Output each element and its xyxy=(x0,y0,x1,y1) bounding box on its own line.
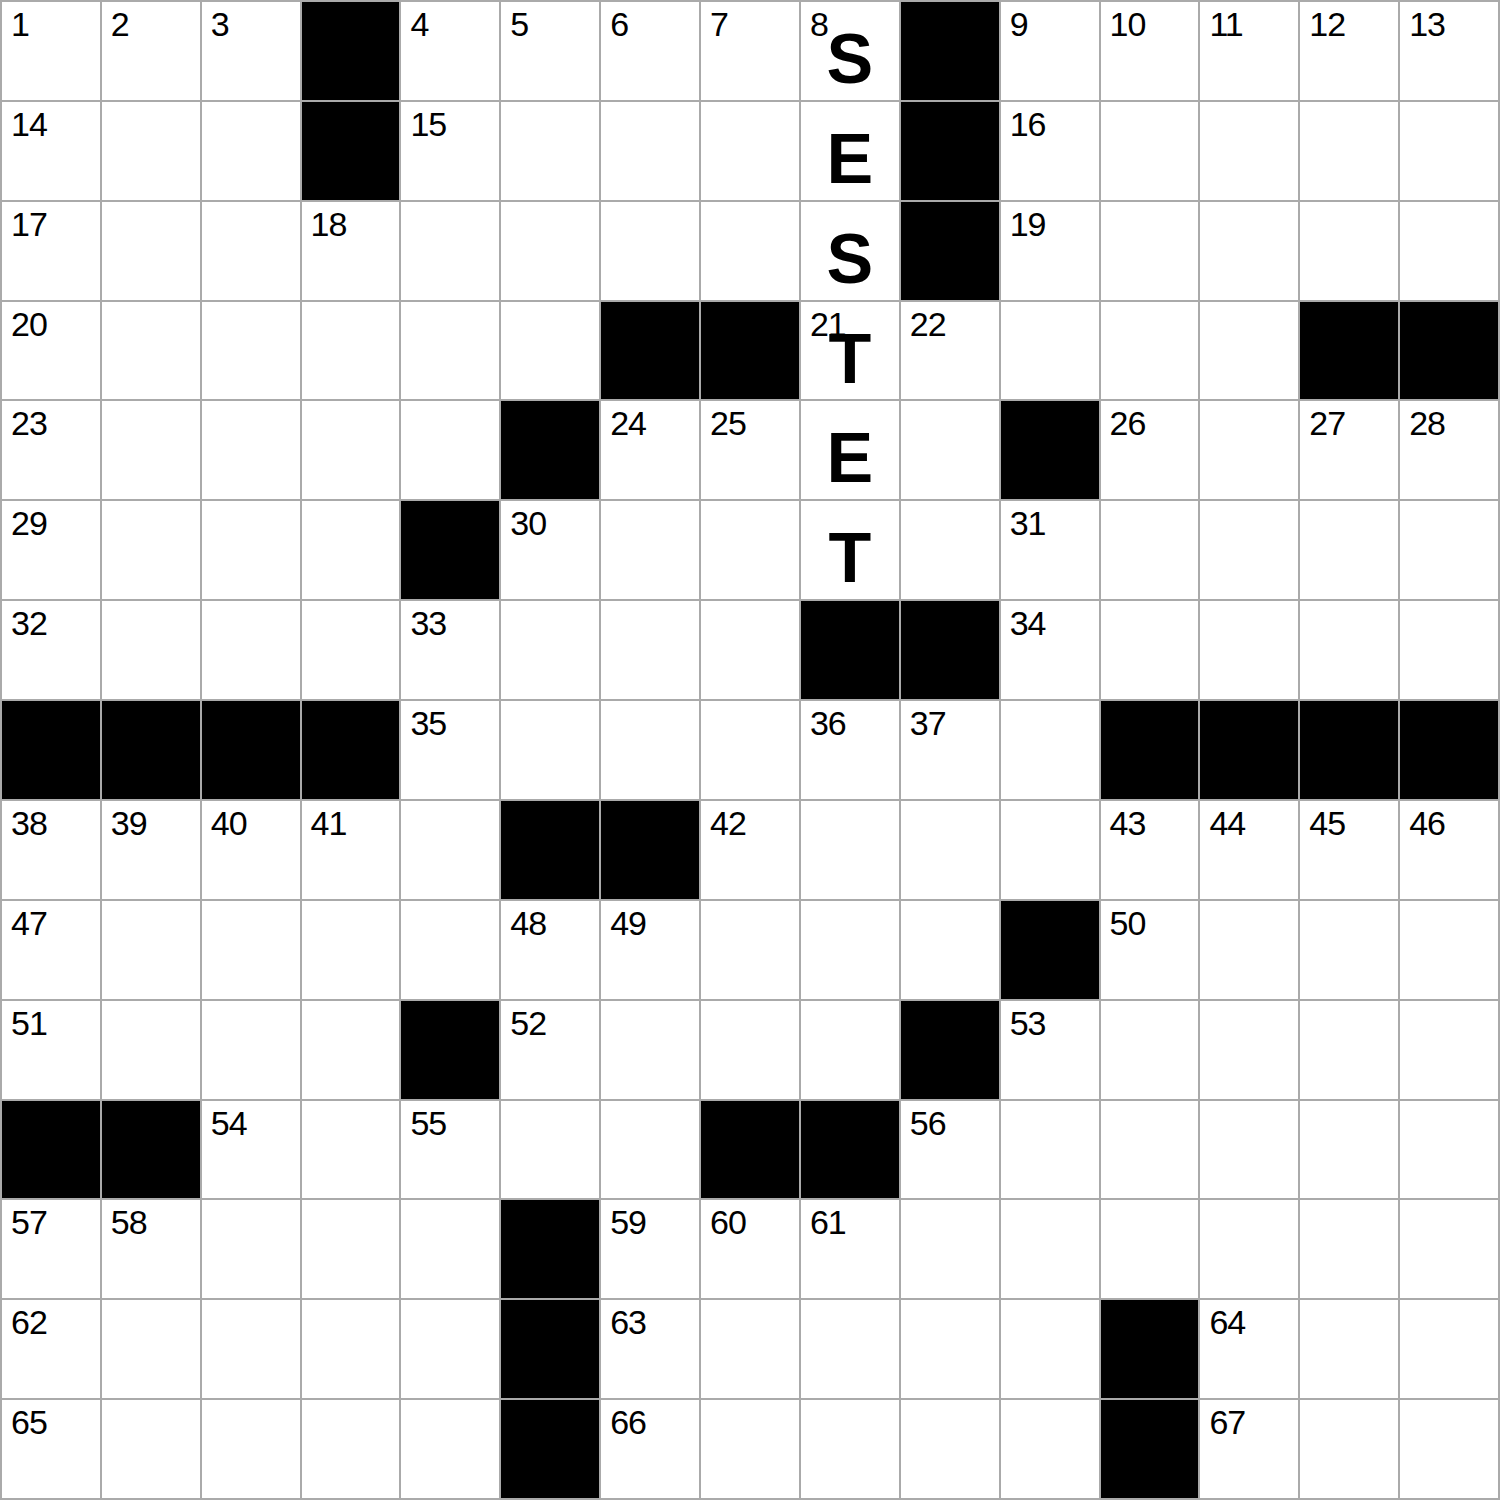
white-cell[interactable] xyxy=(701,1001,799,1099)
clue-number: 19 xyxy=(1010,207,1046,241)
white-cell[interactable] xyxy=(1200,1200,1298,1298)
black-cell xyxy=(302,102,400,200)
white-cell[interactable] xyxy=(801,801,899,899)
white-cell[interactable]: S xyxy=(801,202,899,300)
white-cell[interactable]: 22 xyxy=(901,302,999,400)
clue-number: 43 xyxy=(1110,806,1146,840)
white-cell[interactable] xyxy=(302,1001,400,1099)
white-cell[interactable] xyxy=(401,1200,499,1298)
black-cell xyxy=(501,801,599,899)
white-cell[interactable]: 24 xyxy=(601,401,699,499)
clue-number: 8 xyxy=(810,7,828,41)
black-cell xyxy=(901,202,999,300)
clue-number: 64 xyxy=(1209,1305,1245,1339)
white-cell[interactable] xyxy=(501,102,599,200)
white-cell[interactable]: 47 xyxy=(2,901,100,999)
clue-number: 9 xyxy=(1010,7,1028,41)
white-cell[interactable]: 40 xyxy=(202,801,300,899)
white-cell[interactable] xyxy=(1400,1200,1498,1298)
white-cell[interactable]: 20 xyxy=(2,302,100,400)
clue-number: 39 xyxy=(111,806,147,840)
white-cell[interactable] xyxy=(601,501,699,599)
clue-number: 5 xyxy=(510,7,528,41)
white-cell[interactable] xyxy=(501,1101,599,1199)
white-cell[interactable] xyxy=(1400,901,1498,999)
black-cell xyxy=(801,601,899,699)
clue-number: 38 xyxy=(11,806,47,840)
clue-number: 59 xyxy=(610,1205,646,1239)
white-cell[interactable]: 60 xyxy=(701,1200,799,1298)
white-cell[interactable]: 7 xyxy=(701,2,799,100)
white-cell[interactable] xyxy=(102,1300,200,1398)
clue-number: 31 xyxy=(1010,506,1046,540)
white-cell[interactable] xyxy=(202,501,300,599)
white-cell[interactable] xyxy=(701,601,799,699)
clue-number: 54 xyxy=(211,1106,247,1140)
white-cell[interactable] xyxy=(1400,1101,1498,1199)
black-cell xyxy=(501,1400,599,1498)
white-cell[interactable]: 28 xyxy=(1400,401,1498,499)
white-cell[interactable] xyxy=(901,501,999,599)
cell-letter: E xyxy=(827,124,874,194)
white-cell[interactable] xyxy=(401,901,499,999)
clue-number: 16 xyxy=(1010,107,1046,141)
clue-number: 45 xyxy=(1309,806,1345,840)
white-cell[interactable] xyxy=(202,202,300,300)
clue-number: 55 xyxy=(410,1106,446,1140)
white-cell[interactable]: 36 xyxy=(801,701,899,799)
clue-number: 56 xyxy=(910,1106,946,1140)
white-cell[interactable] xyxy=(1200,901,1298,999)
white-cell[interactable] xyxy=(401,202,499,300)
cell-letter: T xyxy=(828,523,871,593)
clue-number: 18 xyxy=(311,207,347,241)
white-cell[interactable] xyxy=(401,302,499,400)
clue-number: 50 xyxy=(1110,906,1146,940)
clue-number: 53 xyxy=(1010,1006,1046,1040)
white-cell[interactable] xyxy=(1300,1001,1398,1099)
white-cell[interactable] xyxy=(202,1400,300,1498)
white-cell[interactable]: 63 xyxy=(601,1300,699,1398)
white-cell[interactable]: 45 xyxy=(1300,801,1398,899)
clue-number: 30 xyxy=(510,506,546,540)
white-cell[interactable]: 26 xyxy=(1101,401,1199,499)
white-cell[interactable]: 15 xyxy=(401,102,499,200)
clue-number: 14 xyxy=(11,107,47,141)
white-cell[interactable]: E xyxy=(801,102,899,200)
white-cell[interactable]: 51 xyxy=(2,1001,100,1099)
white-cell[interactable] xyxy=(1300,202,1398,300)
clue-number: 48 xyxy=(510,906,546,940)
white-cell[interactable]: 59 xyxy=(601,1200,699,1298)
white-cell[interactable]: 3 xyxy=(202,2,300,100)
white-cell[interactable]: 58 xyxy=(102,1200,200,1298)
white-cell[interactable]: 44 xyxy=(1200,801,1298,899)
white-cell[interactable]: 43 xyxy=(1101,801,1199,899)
clue-number: 13 xyxy=(1409,7,1445,41)
white-cell[interactable]: 62 xyxy=(2,1300,100,1398)
white-cell[interactable]: 21T xyxy=(801,302,899,400)
clue-number: 32 xyxy=(11,606,47,640)
white-cell[interactable]: 2 xyxy=(102,2,200,100)
clue-number: 63 xyxy=(610,1305,646,1339)
clue-number: 3 xyxy=(211,7,229,41)
white-cell[interactable] xyxy=(1101,1200,1199,1298)
clue-number: 26 xyxy=(1110,406,1146,440)
white-cell[interactable] xyxy=(102,1400,200,1498)
black-cell xyxy=(1101,701,1199,799)
white-cell[interactable] xyxy=(601,1001,699,1099)
white-cell[interactable] xyxy=(1101,1101,1199,1199)
clue-number: 36 xyxy=(810,706,846,740)
white-cell[interactable] xyxy=(202,102,300,200)
white-cell[interactable] xyxy=(1101,601,1199,699)
white-cell[interactable] xyxy=(701,501,799,599)
clue-number: 10 xyxy=(1110,7,1146,41)
white-cell[interactable]: 9 xyxy=(1001,2,1099,100)
clue-number: 33 xyxy=(410,606,446,640)
white-cell[interactable] xyxy=(1200,1001,1298,1099)
clue-number: 17 xyxy=(11,207,47,241)
white-cell[interactable] xyxy=(302,302,400,400)
white-cell[interactable] xyxy=(401,801,499,899)
white-cell[interactable]: 61 xyxy=(801,1200,899,1298)
clue-number: 58 xyxy=(111,1205,147,1239)
white-cell[interactable] xyxy=(1101,501,1199,599)
clue-number: 46 xyxy=(1409,806,1445,840)
white-cell[interactable] xyxy=(901,1300,999,1398)
clue-number: 7 xyxy=(710,7,728,41)
white-cell[interactable] xyxy=(202,1200,300,1298)
white-cell[interactable] xyxy=(302,1200,400,1298)
white-cell[interactable] xyxy=(1400,102,1498,200)
white-cell[interactable] xyxy=(302,401,400,499)
white-cell[interactable] xyxy=(102,501,200,599)
clue-number: 2 xyxy=(111,7,129,41)
white-cell[interactable]: 35 xyxy=(401,701,499,799)
white-cell[interactable]: 34 xyxy=(1001,601,1099,699)
white-cell[interactable]: 65 xyxy=(2,1400,100,1498)
white-cell[interactable] xyxy=(1001,302,1099,400)
white-cell[interactable]: 42 xyxy=(701,801,799,899)
white-cell[interactable]: 46 xyxy=(1400,801,1498,899)
white-cell[interactable] xyxy=(102,1001,200,1099)
white-cell[interactable] xyxy=(1001,1101,1099,1199)
clue-number: 25 xyxy=(710,406,746,440)
white-cell[interactable] xyxy=(1400,601,1498,699)
white-cell[interactable] xyxy=(202,302,300,400)
clue-number: 49 xyxy=(610,906,646,940)
black-cell xyxy=(401,501,499,599)
white-cell[interactable]: 6 xyxy=(601,2,699,100)
white-cell[interactable] xyxy=(1200,501,1298,599)
white-cell[interactable] xyxy=(601,102,699,200)
white-cell[interactable]: 37 xyxy=(901,701,999,799)
white-cell[interactable] xyxy=(401,401,499,499)
white-cell[interactable] xyxy=(1400,202,1498,300)
clue-number: 47 xyxy=(11,906,47,940)
white-cell[interactable]: 8S xyxy=(801,2,899,100)
white-cell[interactable]: T xyxy=(801,501,899,599)
white-cell[interactable] xyxy=(1001,701,1099,799)
white-cell[interactable] xyxy=(501,701,599,799)
cell-letter: S xyxy=(827,224,874,294)
white-cell[interactable] xyxy=(302,501,400,599)
clue-number: 51 xyxy=(11,1006,47,1040)
clue-number: 37 xyxy=(910,706,946,740)
white-cell[interactable]: 5 xyxy=(501,2,599,100)
clue-number: 52 xyxy=(510,1006,546,1040)
white-cell[interactable] xyxy=(1200,1101,1298,1199)
white-cell[interactable] xyxy=(501,302,599,400)
white-cell[interactable] xyxy=(401,1300,499,1398)
black-cell xyxy=(901,601,999,699)
white-cell[interactable] xyxy=(1300,1400,1398,1498)
white-cell[interactable]: 13 xyxy=(1400,2,1498,100)
clue-number: 12 xyxy=(1309,7,1345,41)
black-cell xyxy=(801,1101,899,1199)
white-cell[interactable] xyxy=(901,1400,999,1498)
black-cell xyxy=(501,1300,599,1398)
white-cell[interactable]: 32 xyxy=(2,601,100,699)
white-cell[interactable] xyxy=(1200,102,1298,200)
clue-number: 60 xyxy=(710,1205,746,1239)
white-cell[interactable] xyxy=(302,601,400,699)
white-cell[interactable] xyxy=(701,1400,799,1498)
white-cell[interactable] xyxy=(601,202,699,300)
white-cell[interactable] xyxy=(801,1400,899,1498)
white-cell[interactable] xyxy=(1400,1400,1498,1498)
white-cell[interactable]: 38 xyxy=(2,801,100,899)
white-cell[interactable] xyxy=(701,901,799,999)
white-cell[interactable] xyxy=(1300,1300,1398,1398)
black-cell xyxy=(901,1001,999,1099)
clue-number: 61 xyxy=(810,1205,846,1239)
white-cell[interactable]: 27 xyxy=(1300,401,1398,499)
white-cell[interactable] xyxy=(202,401,300,499)
white-cell[interactable]: 23 xyxy=(2,401,100,499)
white-cell[interactable]: 41 xyxy=(302,801,400,899)
white-cell[interactable] xyxy=(1001,1400,1099,1498)
white-cell[interactable]: 50 xyxy=(1101,901,1199,999)
clue-number: 67 xyxy=(1209,1405,1245,1439)
white-cell[interactable] xyxy=(1101,302,1199,400)
black-cell xyxy=(1001,401,1099,499)
white-cell[interactable] xyxy=(701,701,799,799)
clue-number: 15 xyxy=(410,107,446,141)
white-cell[interactable] xyxy=(901,1200,999,1298)
white-cell[interactable] xyxy=(102,601,200,699)
white-cell[interactable]: 11 xyxy=(1200,2,1298,100)
white-cell[interactable] xyxy=(102,102,200,200)
white-cell[interactable] xyxy=(701,202,799,300)
white-cell[interactable]: 33 xyxy=(401,601,499,699)
clue-number: 35 xyxy=(410,706,446,740)
white-cell[interactable] xyxy=(1300,601,1398,699)
white-cell[interactable] xyxy=(701,1300,799,1398)
white-cell[interactable] xyxy=(1001,1300,1099,1398)
white-cell[interactable] xyxy=(1300,501,1398,599)
white-cell[interactable] xyxy=(1300,901,1398,999)
white-cell[interactable] xyxy=(801,1001,899,1099)
cell-letter: T xyxy=(828,324,871,394)
crossword-grid: 12345678S9101112131415E161718S192021T222… xyxy=(0,0,1500,1500)
white-cell[interactable]: 48 xyxy=(501,901,599,999)
white-cell[interactable]: 55 xyxy=(401,1101,499,1199)
white-cell[interactable] xyxy=(102,202,200,300)
white-cell[interactable] xyxy=(1300,1200,1398,1298)
white-cell[interactable] xyxy=(302,1101,400,1199)
white-cell[interactable] xyxy=(901,901,999,999)
white-cell[interactable]: 66 xyxy=(601,1400,699,1498)
clue-number: 23 xyxy=(11,406,47,440)
white-cell[interactable] xyxy=(302,901,400,999)
clue-number: 62 xyxy=(11,1305,47,1339)
white-cell[interactable] xyxy=(501,202,599,300)
white-cell[interactable] xyxy=(202,1300,300,1398)
white-cell[interactable] xyxy=(1101,1001,1199,1099)
white-cell[interactable]: 54 xyxy=(202,1101,300,1199)
black-cell xyxy=(1400,302,1498,400)
white-cell[interactable]: 10 xyxy=(1101,2,1199,100)
white-cell[interactable] xyxy=(601,601,699,699)
white-cell[interactable] xyxy=(1200,202,1298,300)
black-cell xyxy=(701,1101,799,1199)
black-cell xyxy=(1101,1400,1199,1498)
black-cell xyxy=(901,102,999,200)
clue-number: 11 xyxy=(1209,7,1242,41)
white-cell[interactable] xyxy=(1101,202,1199,300)
clue-number: 42 xyxy=(710,806,746,840)
black-cell xyxy=(202,701,300,799)
cell-letter: S xyxy=(827,24,874,94)
white-cell[interactable]: 57 xyxy=(2,1200,100,1298)
white-cell[interactable] xyxy=(601,701,699,799)
white-cell[interactable] xyxy=(801,901,899,999)
white-cell[interactable]: 30 xyxy=(501,501,599,599)
black-cell xyxy=(2,701,100,799)
white-cell[interactable] xyxy=(102,302,200,400)
white-cell[interactable]: 31 xyxy=(1001,501,1099,599)
white-cell[interactable]: 49 xyxy=(601,901,699,999)
clue-number: 44 xyxy=(1209,806,1245,840)
black-cell xyxy=(1300,302,1398,400)
black-cell xyxy=(701,302,799,400)
white-cell[interactable]: 12 xyxy=(1300,2,1398,100)
clue-number: 20 xyxy=(11,307,47,341)
clue-number: 4 xyxy=(410,7,428,41)
white-cell[interactable] xyxy=(202,601,300,699)
white-cell[interactable] xyxy=(901,801,999,899)
white-cell[interactable]: 1 xyxy=(2,2,100,100)
white-cell[interactable] xyxy=(1300,102,1398,200)
white-cell[interactable] xyxy=(601,1101,699,1199)
black-cell xyxy=(601,302,699,400)
white-cell[interactable] xyxy=(1400,1300,1498,1398)
white-cell[interactable] xyxy=(1400,1001,1498,1099)
black-cell xyxy=(1400,701,1498,799)
white-cell[interactable]: 56 xyxy=(901,1101,999,1199)
white-cell[interactable] xyxy=(1400,501,1498,599)
white-cell[interactable] xyxy=(202,901,300,999)
white-cell[interactable] xyxy=(801,1300,899,1398)
black-cell xyxy=(401,1001,499,1099)
clue-number: 24 xyxy=(610,406,646,440)
white-cell[interactable] xyxy=(102,401,200,499)
black-cell xyxy=(601,801,699,899)
white-cell[interactable]: 18 xyxy=(302,202,400,300)
black-cell xyxy=(102,701,200,799)
white-cell[interactable] xyxy=(1300,1101,1398,1199)
black-cell xyxy=(1001,901,1099,999)
white-cell[interactable]: 17 xyxy=(2,202,100,300)
black-cell xyxy=(501,1200,599,1298)
clue-number: 22 xyxy=(910,307,946,341)
white-cell[interactable]: 39 xyxy=(102,801,200,899)
clue-number: 29 xyxy=(11,506,47,540)
cell-letter: E xyxy=(827,423,874,493)
white-cell[interactable]: 14 xyxy=(2,102,100,200)
black-cell xyxy=(302,2,400,100)
white-cell[interactable] xyxy=(1101,102,1199,200)
white-cell[interactable]: 4 xyxy=(401,2,499,100)
white-cell[interactable] xyxy=(501,601,599,699)
white-cell[interactable] xyxy=(102,901,200,999)
clue-number: 34 xyxy=(1010,606,1046,640)
clue-number: 27 xyxy=(1309,406,1345,440)
clue-number: 40 xyxy=(211,806,247,840)
black-cell xyxy=(102,1101,200,1199)
white-cell[interactable]: 19 xyxy=(1001,202,1099,300)
clue-number: 1 xyxy=(11,7,29,41)
white-cell[interactable]: 16 xyxy=(1001,102,1099,200)
black-cell xyxy=(2,1101,100,1199)
white-cell[interactable] xyxy=(302,1400,400,1498)
white-cell[interactable]: 29 xyxy=(2,501,100,599)
clue-number: 66 xyxy=(610,1405,646,1439)
white-cell[interactable]: 64 xyxy=(1200,1300,1298,1398)
white-cell[interactable]: E xyxy=(801,401,899,499)
black-cell xyxy=(1101,1300,1199,1398)
clue-number: 57 xyxy=(11,1205,47,1239)
white-cell[interactable] xyxy=(401,1400,499,1498)
clue-number: 65 xyxy=(11,1405,47,1439)
black-cell xyxy=(501,401,599,499)
white-cell[interactable] xyxy=(1001,801,1099,899)
white-cell[interactable] xyxy=(1200,302,1298,400)
white-cell[interactable] xyxy=(1200,601,1298,699)
black-cell xyxy=(1300,701,1398,799)
clue-number: 6 xyxy=(610,7,628,41)
black-cell xyxy=(901,2,999,100)
white-cell[interactable] xyxy=(701,102,799,200)
white-cell[interactable]: 25 xyxy=(701,401,799,499)
white-cell[interactable] xyxy=(1200,401,1298,499)
white-cell[interactable]: 52 xyxy=(501,1001,599,1099)
black-cell xyxy=(302,701,400,799)
white-cell[interactable] xyxy=(901,401,999,499)
white-cell[interactable] xyxy=(302,1300,400,1398)
white-cell[interactable]: 67 xyxy=(1200,1400,1298,1498)
black-cell xyxy=(1200,701,1298,799)
clue-number: 41 xyxy=(311,806,347,840)
white-cell[interactable] xyxy=(202,1001,300,1099)
white-cell[interactable]: 53 xyxy=(1001,1001,1099,1099)
white-cell[interactable] xyxy=(1001,1200,1099,1298)
clue-number: 28 xyxy=(1409,406,1445,440)
